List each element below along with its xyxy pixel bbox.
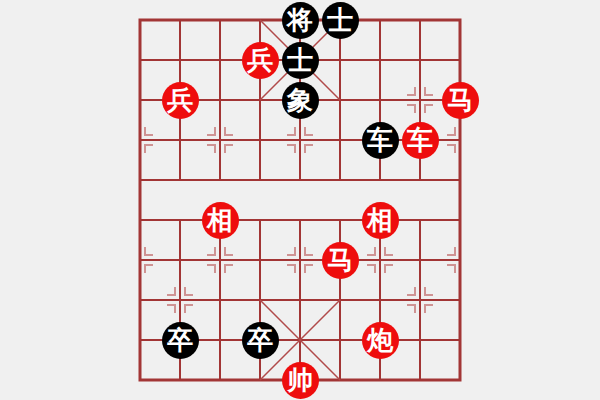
board-point-f6-r0[interactable]: [360, 0, 400, 40]
board-point-f6-r5[interactable]: 相: [360, 200, 400, 240]
board-point-f8-r6[interactable]: [440, 240, 480, 280]
board-point-f6-r8[interactable]: 炮: [360, 320, 400, 360]
board-point-f2-r7[interactable]: [200, 280, 240, 320]
board-point-f2-r0[interactable]: [200, 0, 240, 40]
board-point-f0-r9[interactable]: [120, 360, 160, 400]
xiangqi-board: 将士兵士兵象马车车相相马卒卒炮帅: [120, 0, 480, 400]
board-point-f2-r2[interactable]: [200, 80, 240, 120]
piece-red-chariot[interactable]: 车: [402, 122, 439, 159]
board-point-f5-r4[interactable]: [320, 160, 360, 200]
board-point-f2-r9[interactable]: [200, 360, 240, 400]
board-point-f4-r2[interactable]: 象: [280, 80, 320, 120]
board-point-f3-r0[interactable]: [240, 0, 280, 40]
piece-red-general[interactable]: 帅: [282, 362, 319, 399]
board-point-f7-r2[interactable]: [400, 80, 440, 120]
board-point-f2-r3[interactable]: [200, 120, 240, 160]
board-point-f3-r7[interactable]: [240, 280, 280, 320]
board-point-f3-r1[interactable]: 兵: [240, 40, 280, 80]
piece-black-advisor[interactable]: 士: [282, 42, 319, 79]
board-point-f8-r7[interactable]: [440, 280, 480, 320]
piece-black-elephant[interactable]: 象: [282, 82, 319, 119]
board-point-f2-r8[interactable]: [200, 320, 240, 360]
board-point-f5-r8[interactable]: [320, 320, 360, 360]
board-point-f4-r7[interactable]: [280, 280, 320, 320]
board-point-f6-r9[interactable]: [360, 360, 400, 400]
board-point-f5-r3[interactable]: [320, 120, 360, 160]
board-point-f4-r8[interactable]: [280, 320, 320, 360]
board-point-f2-r6[interactable]: [200, 240, 240, 280]
piece-black-soldier[interactable]: 卒: [242, 322, 279, 359]
board-point-f7-r8[interactable]: [400, 320, 440, 360]
board-point-f2-r1[interactable]: [200, 40, 240, 80]
board-point-f0-r7[interactable]: [120, 280, 160, 320]
board-point-f3-r8[interactable]: 卒: [240, 320, 280, 360]
board-point-f8-r3[interactable]: [440, 120, 480, 160]
board-point-f0-r6[interactable]: [120, 240, 160, 280]
board-point-f6-r7[interactable]: [360, 280, 400, 320]
board-point-f0-r0[interactable]: [120, 0, 160, 40]
board-point-f4-r4[interactable]: [280, 160, 320, 200]
board-point-f7-r4[interactable]: [400, 160, 440, 200]
piece-black-chariot[interactable]: 车: [362, 122, 399, 159]
board-point-f0-r4[interactable]: [120, 160, 160, 200]
board-point-f4-r3[interactable]: [280, 120, 320, 160]
xiangqi-app: 将士兵士兵象马车车相相马卒卒炮帅: [0, 0, 600, 400]
piece-red-horse[interactable]: 马: [322, 242, 359, 279]
board-point-f8-r0[interactable]: [440, 0, 480, 40]
board-point-f5-r5[interactable]: [320, 200, 360, 240]
board-point-f3-r2[interactable]: [240, 80, 280, 120]
piece-red-soldier[interactable]: 兵: [242, 42, 279, 79]
board-point-f3-r9[interactable]: [240, 360, 280, 400]
board-point-f0-r8[interactable]: [120, 320, 160, 360]
board-point-f7-r0[interactable]: [400, 0, 440, 40]
piece-red-horse[interactable]: 马: [442, 82, 479, 119]
piece-black-advisor[interactable]: 士: [322, 2, 359, 39]
piece-black-general[interactable]: 将: [282, 2, 319, 39]
board-point-f1-r6[interactable]: [160, 240, 200, 280]
piece-red-elephant[interactable]: 相: [362, 202, 399, 239]
board-point-f5-r7[interactable]: [320, 280, 360, 320]
board-point-f6-r1[interactable]: [360, 40, 400, 80]
board-point-f3-r3[interactable]: [240, 120, 280, 160]
board-point-f6-r6[interactable]: [360, 240, 400, 280]
board-point-f8-r2[interactable]: 马: [440, 80, 480, 120]
board-point-f0-r5[interactable]: [120, 200, 160, 240]
board-point-f4-r5[interactable]: [280, 200, 320, 240]
board-point-f1-r0[interactable]: [160, 0, 200, 40]
board-point-f7-r1[interactable]: [400, 40, 440, 80]
board-point-f4-r9[interactable]: 帅: [280, 360, 320, 400]
piece-red-cannon[interactable]: 炮: [362, 322, 399, 359]
board-point-f8-r1[interactable]: [440, 40, 480, 80]
board-point-f1-r1[interactable]: [160, 40, 200, 80]
board-point-f3-r4[interactable]: [240, 160, 280, 200]
board-point-f1-r5[interactable]: [160, 200, 200, 240]
board-point-f6-r4[interactable]: [360, 160, 400, 200]
board-point-f7-r5[interactable]: [400, 200, 440, 240]
board-point-f5-r2[interactable]: [320, 80, 360, 120]
board-point-f8-r8[interactable]: [440, 320, 480, 360]
board-point-f7-r9[interactable]: [400, 360, 440, 400]
board-point-f7-r6[interactable]: [400, 240, 440, 280]
board-point-f1-r2[interactable]: 兵: [160, 80, 200, 120]
board-point-f1-r3[interactable]: [160, 120, 200, 160]
board-point-f7-r3[interactable]: 车: [400, 120, 440, 160]
board-point-f4-r1[interactable]: 士: [280, 40, 320, 80]
board-point-f4-r6[interactable]: [280, 240, 320, 280]
board-point-f2-r5[interactable]: 相: [200, 200, 240, 240]
board-point-f8-r5[interactable]: [440, 200, 480, 240]
board-point-f0-r3[interactable]: [120, 120, 160, 160]
board-point-f5-r0[interactable]: 士: [320, 0, 360, 40]
board-point-f6-r3[interactable]: 车: [360, 120, 400, 160]
board-point-f1-r4[interactable]: [160, 160, 200, 200]
board-point-f1-r7[interactable]: [160, 280, 200, 320]
board-point-f4-r0[interactable]: 将: [280, 0, 320, 40]
board-point-f5-r1[interactable]: [320, 40, 360, 80]
board-point-f5-r6[interactable]: 马: [320, 240, 360, 280]
piece-red-soldier[interactable]: 兵: [162, 82, 199, 119]
board-point-f2-r4[interactable]: [200, 160, 240, 200]
board-point-f8-r9[interactable]: [440, 360, 480, 400]
board-point-f0-r1[interactable]: [120, 40, 160, 80]
piece-black-soldier[interactable]: 卒: [162, 322, 199, 359]
board-point-f6-r2[interactable]: [360, 80, 400, 120]
board-point-f3-r6[interactable]: [240, 240, 280, 280]
board-point-f5-r9[interactable]: [320, 360, 360, 400]
board-point-f0-r2[interactable]: [120, 80, 160, 120]
board-point-f7-r7[interactable]: [400, 280, 440, 320]
board-point-f1-r8[interactable]: 卒: [160, 320, 200, 360]
board-point-f1-r9[interactable]: [160, 360, 200, 400]
board-point-f8-r4[interactable]: [440, 160, 480, 200]
piece-red-elephant[interactable]: 相: [202, 202, 239, 239]
board-point-f3-r5[interactable]: [240, 200, 280, 240]
